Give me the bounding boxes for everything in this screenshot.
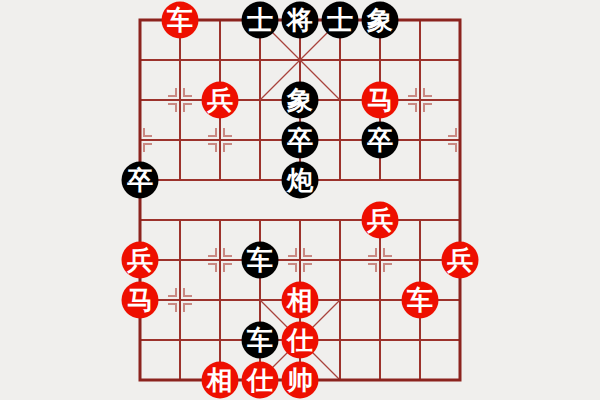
piece-black-cannon[interactable]: 炮 (282, 162, 319, 199)
piece-red-soldier[interactable]: 兵 (122, 242, 159, 279)
piece-black-advisor[interactable]: 士 (322, 2, 359, 39)
piece-black-soldier[interactable]: 卒 (122, 162, 159, 199)
piece-black-soldier[interactable]: 卒 (362, 122, 399, 159)
piece-red-horse[interactable]: 马 (362, 82, 399, 119)
piece-red-general[interactable]: 帅 (282, 362, 319, 399)
piece-black-advisor[interactable]: 士 (242, 2, 279, 39)
piece-red-horse[interactable]: 马 (122, 282, 159, 319)
piece-black-chariot[interactable]: 车 (242, 242, 279, 279)
piece-black-chariot[interactable]: 车 (242, 322, 279, 359)
piece-black-elephant[interactable]: 象 (282, 82, 319, 119)
piece-red-soldier[interactable]: 兵 (362, 202, 399, 239)
piece-red-soldier[interactable]: 兵 (202, 82, 239, 119)
piece-black-general[interactable]: 将 (282, 2, 319, 39)
piece-black-elephant[interactable]: 象 (362, 2, 399, 39)
piece-red-chariot[interactable]: 车 (402, 282, 439, 319)
piece-red-soldier[interactable]: 兵 (442, 242, 479, 279)
piece-red-elephant[interactable]: 相 (202, 362, 239, 399)
piece-black-soldier[interactable]: 卒 (282, 122, 319, 159)
piece-red-advisor[interactable]: 仕 (242, 362, 279, 399)
piece-red-chariot[interactable]: 车 (162, 2, 199, 39)
piece-red-advisor[interactable]: 仕 (282, 322, 319, 359)
piece-red-elephant[interactable]: 相 (282, 282, 319, 319)
xiangqi-board[interactable]: 车士将士象兵象马卒卒卒炮兵兵车兵马相车车仕相仕帅 (0, 0, 600, 400)
